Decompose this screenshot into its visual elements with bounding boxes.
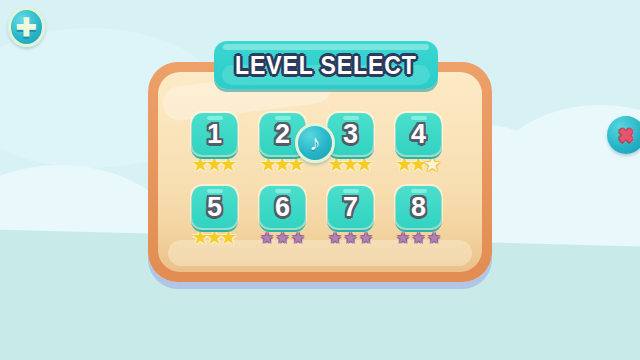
level-button-1[interactable]: 1 bbox=[192, 113, 237, 155]
star-purple-icon: ★ bbox=[359, 230, 372, 245]
level-number: 7 bbox=[343, 194, 358, 221]
star-purple-icon: ★ bbox=[396, 230, 409, 245]
level-number: 6 bbox=[275, 194, 290, 221]
level-button-7[interactable]: 7 bbox=[328, 186, 373, 228]
add-button[interactable]: ✚ bbox=[8, 7, 45, 47]
level-number: 8 bbox=[411, 194, 426, 221]
star-purple-icon: ★ bbox=[291, 230, 304, 245]
plus-icon: ✚ bbox=[16, 15, 37, 40]
level-number: 2 bbox=[275, 121, 290, 148]
star-gold-icon: ★ bbox=[355, 154, 373, 174]
star-purple-icon: ★ bbox=[344, 230, 357, 245]
level-cell: 1★★★ bbox=[192, 113, 237, 174]
star-purple-icon: ★ bbox=[412, 230, 425, 245]
level-button-5[interactable]: 5 bbox=[192, 186, 237, 228]
level-stars: ★★★ bbox=[327, 227, 373, 247]
level-stars: ★★★ bbox=[330, 154, 372, 174]
star-purple-icon: ★ bbox=[276, 230, 289, 245]
music-toggle-button[interactable]: ♪ bbox=[295, 123, 335, 163]
level-select-panel: LEVEL SELECT ♪ ✖ 1★★★2★★★3★★★4★★★5★★★6★★… bbox=[148, 62, 492, 282]
level-number: 1 bbox=[207, 121, 222, 148]
level-button-8[interactable]: 8 bbox=[396, 186, 441, 228]
level-cell: 8★★★ bbox=[396, 186, 441, 247]
level-cell: 7★★★ bbox=[328, 186, 373, 247]
close-button[interactable]: ✖ bbox=[607, 116, 640, 154]
level-button-6[interactable]: 6 bbox=[260, 186, 305, 228]
star-gold-icon: ★ bbox=[219, 154, 237, 174]
level-stars: ★★★ bbox=[395, 227, 441, 247]
level-stars: ★★★ bbox=[259, 227, 305, 247]
star-purple-icon: ★ bbox=[427, 230, 440, 245]
level-number: 4 bbox=[411, 121, 426, 148]
level-number: 3 bbox=[343, 121, 358, 148]
star-purple-icon: ★ bbox=[260, 230, 273, 245]
level-stars: ★★★ bbox=[262, 154, 304, 174]
level-cell: 5★★★ bbox=[192, 186, 237, 247]
level-button-3[interactable]: 3 bbox=[328, 113, 373, 155]
star-purple-icon: ★ bbox=[328, 230, 341, 245]
level-stars: ★★★ bbox=[194, 227, 236, 247]
close-icon: ✖ bbox=[618, 126, 634, 145]
star-hollow-icon: ★ bbox=[423, 154, 441, 174]
level-number: 5 bbox=[207, 194, 222, 221]
title-banner: LEVEL SELECT bbox=[214, 41, 438, 89]
panel-title: LEVEL SELECT bbox=[235, 51, 417, 80]
music-note-icon: ♪ bbox=[310, 132, 321, 154]
level-stars: ★★★ bbox=[398, 154, 440, 174]
level-stars: ★★★ bbox=[194, 154, 236, 174]
level-cell: 4★★★ bbox=[396, 113, 441, 174]
star-gold-icon: ★ bbox=[219, 227, 237, 247]
level-button-4[interactable]: 4 bbox=[396, 113, 441, 155]
level-cell: 6★★★ bbox=[260, 186, 305, 247]
game-screen: ✚ LEVEL SELECT ♪ ✖ 1★★★2★★★3★★★4★★★5★★★6… bbox=[0, 0, 640, 360]
